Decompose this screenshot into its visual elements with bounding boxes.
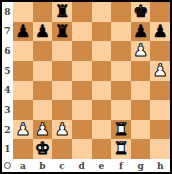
square-g2[interactable]	[131, 120, 151, 140]
square-e2[interactable]	[92, 120, 112, 140]
square-c1[interactable]	[52, 139, 72, 159]
file-label-h: h	[150, 159, 170, 172]
square-h2[interactable]	[150, 120, 170, 140]
rank-label-2: 2	[2, 120, 13, 140]
square-f8[interactable]	[111, 2, 131, 22]
file-label-d: d	[72, 159, 92, 172]
square-b3[interactable]	[33, 100, 53, 120]
chess-board[interactable]: ♜♚♟♟♜♟♟♟♟♟♟♟♜♚♜	[13, 2, 170, 159]
square-h4[interactable]	[150, 81, 170, 101]
piece-black-pawn[interactable]: ♟	[15, 22, 30, 42]
file-label-f: f	[111, 159, 131, 172]
square-b1[interactable]: ♚	[33, 139, 53, 159]
piece-white-pawn[interactable]: ♟	[54, 120, 69, 140]
square-d5[interactable]	[72, 61, 92, 81]
square-e8[interactable]	[92, 2, 112, 22]
piece-black-rook[interactable]: ♜	[54, 22, 69, 42]
square-e5[interactable]	[92, 61, 112, 81]
piece-white-pawn[interactable]: ♟	[133, 41, 148, 61]
square-f6[interactable]	[111, 41, 131, 61]
file-label-g: g	[131, 159, 151, 172]
piece-white-rook[interactable]: ♜	[113, 139, 128, 159]
square-e3[interactable]	[92, 100, 112, 120]
square-h8[interactable]	[150, 2, 170, 22]
square-d1[interactable]	[72, 139, 92, 159]
square-a7[interactable]: ♟	[13, 22, 33, 42]
square-d2[interactable]	[72, 120, 92, 140]
square-b4[interactable]	[33, 81, 53, 101]
chess-diagram: 87654321 ♜♚♟♟♜♟♟♟♟♟♟♟♜♚♜ abcdefgh	[0, 0, 172, 174]
piece-black-pawn[interactable]: ♟	[133, 22, 148, 42]
square-c2[interactable]: ♟	[52, 120, 72, 140]
square-f4[interactable]	[111, 81, 131, 101]
square-b5[interactable]	[33, 61, 53, 81]
piece-black-king[interactable]: ♚	[133, 2, 148, 22]
piece-white-pawn[interactable]: ♟	[153, 61, 168, 81]
rank-label-7: 7	[2, 22, 13, 42]
square-h3[interactable]	[150, 100, 170, 120]
piece-white-pawn[interactable]: ♟	[35, 120, 50, 140]
piece-white-rook[interactable]: ♜	[113, 120, 128, 140]
rank-label-6: 6	[2, 41, 13, 61]
square-h1[interactable]	[150, 139, 170, 159]
square-f5[interactable]	[111, 61, 131, 81]
file-label-e: e	[92, 159, 112, 172]
side-to-move-cell	[2, 159, 13, 172]
square-c6[interactable]	[52, 41, 72, 61]
rank-label-5: 5	[2, 61, 13, 81]
square-f1[interactable]: ♜	[111, 139, 131, 159]
square-g7[interactable]: ♟	[131, 22, 151, 42]
square-a5[interactable]	[13, 61, 33, 81]
rank-label-1: 1	[2, 139, 13, 159]
square-d6[interactable]	[72, 41, 92, 61]
square-g8[interactable]: ♚	[131, 2, 151, 22]
square-a4[interactable]	[13, 81, 33, 101]
square-g6[interactable]: ♟	[131, 41, 151, 61]
rank-labels: 87654321	[2, 2, 13, 159]
square-a6[interactable]	[13, 41, 33, 61]
square-b7[interactable]: ♟	[33, 22, 53, 42]
piece-black-rook[interactable]: ♜	[54, 2, 69, 22]
file-label-c: c	[52, 159, 72, 172]
square-c8[interactable]: ♜	[52, 2, 72, 22]
square-g1[interactable]	[131, 139, 151, 159]
square-d3[interactable]	[72, 100, 92, 120]
square-e6[interactable]	[92, 41, 112, 61]
file-labels: abcdefgh	[13, 159, 170, 172]
square-c3[interactable]	[52, 100, 72, 120]
square-f7[interactable]	[111, 22, 131, 42]
rank-label-3: 3	[2, 100, 13, 120]
rank-label-8: 8	[2, 2, 13, 22]
square-d4[interactable]	[72, 81, 92, 101]
square-e7[interactable]	[92, 22, 112, 42]
square-d7[interactable]	[72, 22, 92, 42]
piece-white-king[interactable]: ♚	[35, 139, 50, 159]
file-label-a: a	[13, 159, 33, 172]
square-h5[interactable]: ♟	[150, 61, 170, 81]
square-h6[interactable]	[150, 41, 170, 61]
square-f3[interactable]	[111, 100, 131, 120]
square-g5[interactable]	[131, 61, 151, 81]
square-b2[interactable]: ♟	[33, 120, 53, 140]
square-c7[interactable]: ♜	[52, 22, 72, 42]
square-d8[interactable]	[72, 2, 92, 22]
square-c5[interactable]	[52, 61, 72, 81]
square-a1[interactable]	[13, 139, 33, 159]
square-c4[interactable]	[52, 81, 72, 101]
white-to-move-circle-icon	[4, 162, 11, 169]
square-e4[interactable]	[92, 81, 112, 101]
square-a3[interactable]	[13, 100, 33, 120]
square-h7[interactable]: ♟	[150, 22, 170, 42]
file-label-b: b	[33, 159, 53, 172]
square-f2[interactable]: ♜	[111, 120, 131, 140]
square-e1[interactable]	[92, 139, 112, 159]
piece-white-pawn[interactable]: ♟	[15, 120, 30, 140]
square-a2[interactable]: ♟	[13, 120, 33, 140]
square-b8[interactable]	[33, 2, 53, 22]
square-g3[interactable]	[131, 100, 151, 120]
piece-black-pawn[interactable]: ♟	[35, 22, 50, 42]
rank-label-4: 4	[2, 81, 13, 101]
square-b6[interactable]	[33, 41, 53, 61]
piece-black-pawn[interactable]: ♟	[153, 22, 168, 42]
square-a8[interactable]	[13, 2, 33, 22]
square-g4[interactable]	[131, 81, 151, 101]
